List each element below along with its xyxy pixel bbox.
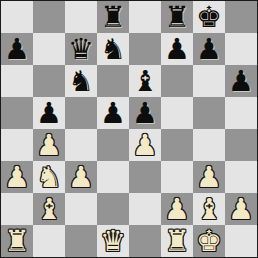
piece-white-rook: ♜	[164, 225, 190, 257]
square-a5[interactable]	[1, 97, 33, 129]
piece-white-rook: ♜	[4, 225, 30, 257]
piece-black-pawn: ♟	[100, 97, 126, 129]
square-h4[interactable]	[225, 129, 257, 161]
piece-white-pawn: ♟	[228, 193, 254, 225]
piece-white-bishop: ♝	[196, 193, 222, 225]
square-d6[interactable]	[97, 65, 129, 97]
square-b8[interactable]	[33, 1, 65, 33]
square-d5[interactable]: ♟	[97, 97, 129, 129]
square-e6[interactable]: ♝	[129, 65, 161, 97]
square-d7[interactable]: ♞	[97, 33, 129, 65]
square-b1[interactable]	[33, 225, 65, 257]
square-e1[interactable]	[129, 225, 161, 257]
square-d8[interactable]: ♜	[97, 1, 129, 33]
piece-white-pawn: ♟	[132, 129, 158, 161]
square-f8[interactable]: ♜	[161, 1, 193, 33]
piece-white-pawn: ♟	[68, 161, 94, 193]
piece-white-queen: ♛	[100, 225, 126, 257]
piece-black-pawn: ♟	[4, 33, 30, 65]
square-c1[interactable]	[65, 225, 97, 257]
square-g5[interactable]	[193, 97, 225, 129]
square-c2[interactable]	[65, 193, 97, 225]
square-h8[interactable]	[225, 1, 257, 33]
square-a3[interactable]: ♟	[1, 161, 33, 193]
piece-black-pawn: ♟	[196, 33, 222, 65]
piece-black-pawn: ♟	[228, 65, 254, 97]
square-e2[interactable]	[129, 193, 161, 225]
square-h1[interactable]	[225, 225, 257, 257]
square-f4[interactable]	[161, 129, 193, 161]
square-c5[interactable]	[65, 97, 97, 129]
piece-black-pawn: ♟	[36, 97, 62, 129]
piece-white-pawn: ♟	[4, 161, 30, 193]
square-h7[interactable]	[225, 33, 257, 65]
square-g1[interactable]: ♚	[193, 225, 225, 257]
square-g8[interactable]: ♚	[193, 1, 225, 33]
square-c8[interactable]	[65, 1, 97, 33]
square-h6[interactable]: ♟	[225, 65, 257, 97]
piece-black-pawn: ♟	[132, 97, 158, 129]
square-a8[interactable]	[1, 1, 33, 33]
square-b2[interactable]: ♝	[33, 193, 65, 225]
square-h3[interactable]	[225, 161, 257, 193]
square-e4[interactable]: ♟	[129, 129, 161, 161]
square-c3[interactable]: ♟	[65, 161, 97, 193]
square-a6[interactable]	[1, 65, 33, 97]
square-e5[interactable]: ♟	[129, 97, 161, 129]
square-h5[interactable]	[225, 97, 257, 129]
square-a1[interactable]: ♜	[1, 225, 33, 257]
square-c6[interactable]: ♞	[65, 65, 97, 97]
piece-white-bishop: ♝	[36, 193, 62, 225]
square-b6[interactable]	[33, 65, 65, 97]
square-e7[interactable]	[129, 33, 161, 65]
square-d1[interactable]: ♛	[97, 225, 129, 257]
square-g4[interactable]	[193, 129, 225, 161]
square-g2[interactable]: ♝	[193, 193, 225, 225]
chess-board: ♜♜♚♟♛♞♟♟♞♝♟♟♟♟♟♟♟♞♟♟♝♟♝♟♜♛♜♚	[0, 0, 258, 258]
piece-white-pawn: ♟	[164, 193, 190, 225]
piece-black-knight: ♞	[100, 33, 126, 65]
piece-black-queen: ♛	[68, 33, 94, 65]
square-e3[interactable]	[129, 161, 161, 193]
square-b4[interactable]: ♟	[33, 129, 65, 161]
square-f3[interactable]	[161, 161, 193, 193]
square-b5[interactable]: ♟	[33, 97, 65, 129]
piece-white-pawn: ♟	[36, 129, 62, 161]
square-c4[interactable]	[65, 129, 97, 161]
piece-black-rook: ♜	[164, 1, 190, 33]
square-f5[interactable]	[161, 97, 193, 129]
square-h2[interactable]: ♟	[225, 193, 257, 225]
square-f1[interactable]: ♜	[161, 225, 193, 257]
square-b7[interactable]	[33, 33, 65, 65]
piece-black-king: ♚	[196, 1, 222, 33]
square-g3[interactable]: ♟	[193, 161, 225, 193]
square-g6[interactable]	[193, 65, 225, 97]
piece-black-knight: ♞	[68, 65, 94, 97]
square-c7[interactable]: ♛	[65, 33, 97, 65]
square-g7[interactable]: ♟	[193, 33, 225, 65]
piece-white-knight: ♞	[36, 161, 62, 193]
square-a7[interactable]: ♟	[1, 33, 33, 65]
square-d2[interactable]	[97, 193, 129, 225]
chess-board-container: ♜♜♚♟♛♞♟♟♞♝♟♟♟♟♟♟♟♞♟♟♝♟♝♟♜♛♜♚	[0, 0, 258, 258]
piece-black-bishop: ♝	[132, 65, 158, 97]
square-d3[interactable]	[97, 161, 129, 193]
square-e8[interactable]	[129, 1, 161, 33]
square-f6[interactable]	[161, 65, 193, 97]
piece-white-pawn: ♟	[196, 161, 222, 193]
square-a4[interactable]	[1, 129, 33, 161]
square-a2[interactable]	[1, 193, 33, 225]
piece-black-rook: ♜	[100, 1, 126, 33]
piece-black-pawn: ♟	[164, 33, 190, 65]
square-d4[interactable]	[97, 129, 129, 161]
square-f7[interactable]: ♟	[161, 33, 193, 65]
square-f2[interactable]: ♟	[161, 193, 193, 225]
piece-white-king: ♚	[196, 225, 222, 257]
square-b3[interactable]: ♞	[33, 161, 65, 193]
